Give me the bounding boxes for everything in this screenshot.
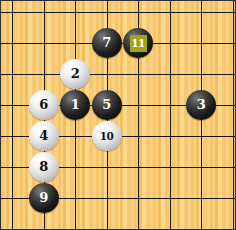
stone-number: 8: [39, 152, 48, 182]
stone-white-6[interactable]: 6: [29, 90, 59, 120]
stone-black-1[interactable]: 1: [60, 90, 90, 120]
stone-black-3[interactable]: 3: [186, 90, 216, 120]
grid-line-vertical: [170, 1, 171, 229]
stone-number: 11: [131, 28, 145, 58]
grid-line-vertical: [12, 1, 13, 229]
grid-line-horizontal: [1, 12, 235, 13]
stone-white-2[interactable]: 2: [60, 59, 90, 89]
stone-number: 3: [197, 90, 206, 120]
stone-number: 4: [39, 121, 48, 151]
stone-black-9[interactable]: 9: [29, 183, 59, 213]
stone-number: 7: [102, 28, 111, 58]
grid-line-horizontal: [1, 74, 235, 75]
stone-number: 10: [100, 121, 114, 151]
stone-black-5[interactable]: 5: [92, 90, 122, 120]
stone-number: 2: [71, 59, 80, 89]
stone-number: 9: [39, 183, 48, 213]
stone-number: 5: [102, 90, 111, 120]
stone-number: 1: [71, 90, 80, 120]
stone-white-10[interactable]: 10: [92, 121, 122, 151]
stone-white-8[interactable]: 8: [29, 152, 59, 182]
go-board: 1234567891011: [0, 0, 236, 230]
grid-line-horizontal: [1, 229, 235, 230]
stone-black-11[interactable]: 11: [123, 28, 153, 58]
stone-black-7[interactable]: 7: [92, 28, 122, 58]
stone-number: 6: [39, 90, 48, 120]
stone-white-4[interactable]: 4: [29, 121, 59, 151]
grid-line-vertical: [233, 1, 234, 229]
